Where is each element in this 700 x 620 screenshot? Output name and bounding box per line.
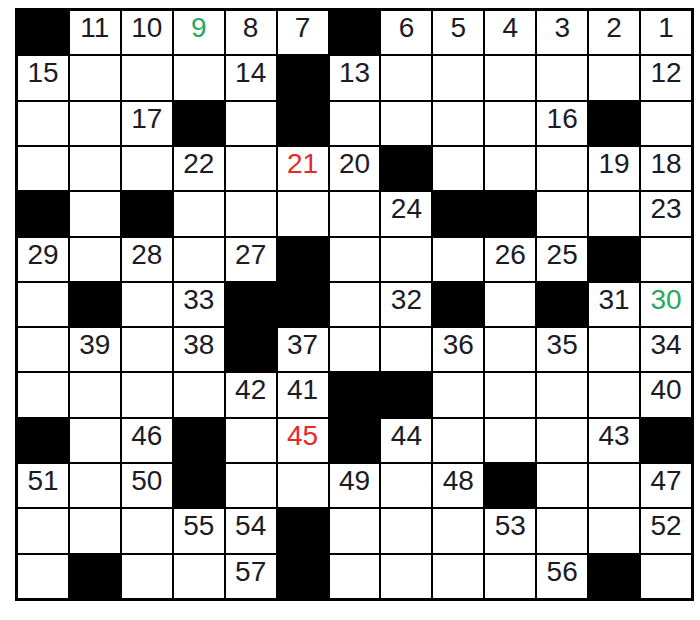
clue-number-46: 46 [122, 421, 172, 452]
cell-r11c9[interactable]: 53 [485, 509, 535, 552]
cell-r11c8[interactable] [433, 509, 483, 552]
cell-r7c3[interactable]: 38 [174, 328, 224, 371]
cell-r0c10[interactable]: 3 [537, 11, 587, 54]
clue-number-7: 7 [278, 13, 328, 44]
clue-number-56: 56 [537, 557, 587, 588]
black-cell-r6c1 [70, 283, 120, 326]
cell-r9c4[interactable] [226, 419, 276, 462]
black-cell-r4c9 [485, 192, 535, 235]
cell-r8c5[interactable]: 41 [278, 373, 328, 416]
cell-r2c1[interactable] [70, 102, 120, 145]
cell-r3c2[interactable] [122, 147, 172, 190]
cell-r10c0[interactable]: 51 [18, 464, 68, 507]
cell-r2c4[interactable] [226, 102, 276, 145]
clue-number-44: 44 [381, 421, 431, 452]
cell-r7c5[interactable]: 37 [278, 328, 328, 371]
cell-r3c1[interactable] [70, 147, 120, 190]
cell-r1c8[interactable] [433, 56, 483, 99]
cell-r12c2[interactable] [122, 555, 172, 598]
clue-number-26: 26 [485, 240, 535, 271]
clue-number-11: 11 [70, 13, 120, 44]
black-cell-r4c8 [433, 192, 483, 235]
clue-number-1: 1 [641, 13, 691, 44]
cell-r2c2[interactable]: 17 [122, 102, 172, 145]
black-cell-r12c5 [278, 555, 328, 598]
clue-number-24: 24 [381, 194, 431, 225]
cell-r1c10[interactable] [537, 56, 587, 99]
cell-r1c0[interactable]: 15 [18, 56, 68, 99]
black-cell-r3c7 [381, 147, 431, 190]
clue-number-37: 37 [278, 330, 328, 361]
cell-r12c4[interactable]: 57 [226, 555, 276, 598]
cell-r2c6[interactable] [330, 102, 380, 145]
black-cell-r12c1 [70, 555, 120, 598]
cell-r9c7[interactable]: 44 [381, 419, 431, 462]
cell-r9c10[interactable] [537, 419, 587, 462]
black-cell-r7c4 [226, 328, 276, 371]
cell-r0c12[interactable]: 1 [641, 11, 691, 54]
cell-r5c8[interactable] [433, 238, 483, 281]
black-cell-r9c0 [18, 419, 68, 462]
cell-r1c9[interactable] [485, 56, 535, 99]
black-cell-r9c3 [174, 419, 224, 462]
cell-r10c1[interactable] [70, 464, 120, 507]
cell-r8c2[interactable] [122, 373, 172, 416]
cell-r3c5[interactable]: 21 [278, 147, 328, 190]
clue-number-6: 6 [381, 13, 431, 44]
cell-r11c1[interactable] [70, 509, 120, 552]
cell-r12c7[interactable] [381, 555, 431, 598]
cell-r11c3[interactable]: 55 [174, 509, 224, 552]
black-cell-r2c11 [589, 102, 639, 145]
cell-r8c4[interactable]: 42 [226, 373, 276, 416]
black-cell-r2c5 [278, 102, 328, 145]
cell-r12c3[interactable] [174, 555, 224, 598]
cell-r1c12[interactable]: 12 [641, 56, 691, 99]
cell-r7c11[interactable] [589, 328, 639, 371]
cell-r11c11[interactable] [589, 509, 639, 552]
cell-r12c8[interactable] [433, 555, 483, 598]
cell-r5c10[interactable]: 25 [537, 238, 587, 281]
cell-r8c0[interactable] [18, 373, 68, 416]
clue-number-22: 22 [174, 149, 224, 180]
cell-r6c12[interactable]: 30 [641, 283, 691, 326]
cell-r9c11[interactable]: 43 [589, 419, 639, 462]
cell-r1c4[interactable]: 14 [226, 56, 276, 99]
cell-r0c8[interactable]: 5 [433, 11, 483, 54]
cell-r10c5[interactable] [278, 464, 328, 507]
clue-number-29: 29 [18, 240, 68, 271]
clue-number-52: 52 [641, 511, 691, 542]
cell-r4c6[interactable] [330, 192, 380, 235]
black-cell-r6c5 [278, 283, 328, 326]
cell-r9c2[interactable]: 46 [122, 419, 172, 462]
cell-r2c0[interactable] [18, 102, 68, 145]
cell-r5c6[interactable] [330, 238, 380, 281]
cell-r2c12[interactable] [641, 102, 691, 145]
cell-r9c1[interactable] [70, 419, 120, 462]
cell-r11c4[interactable]: 54 [226, 509, 276, 552]
cell-r4c11[interactable] [589, 192, 639, 235]
cell-r4c3[interactable] [174, 192, 224, 235]
clue-number-35: 35 [537, 330, 587, 361]
clue-number-34: 34 [641, 330, 691, 361]
cell-r8c11[interactable] [589, 373, 639, 416]
cell-r8c8[interactable] [433, 373, 483, 416]
clue-number-27: 27 [226, 240, 276, 271]
cell-r1c6[interactable]: 13 [330, 56, 380, 99]
cell-r6c7[interactable]: 32 [381, 283, 431, 326]
clue-number-40: 40 [641, 375, 691, 406]
black-cell-r10c9 [485, 464, 535, 507]
clue-number-16: 16 [537, 104, 587, 135]
cell-r3c8[interactable] [433, 147, 483, 190]
clue-number-30: 30 [641, 285, 691, 316]
clue-number-18: 18 [641, 149, 691, 180]
cell-r3c0[interactable] [18, 147, 68, 190]
clue-number-3: 3 [537, 13, 587, 44]
clue-number-32: 32 [381, 285, 431, 316]
cell-r12c12[interactable] [641, 555, 691, 598]
black-cell-r12c11 [589, 555, 639, 598]
black-cell-r9c6 [330, 419, 380, 462]
cell-r5c3[interactable] [174, 238, 224, 281]
cell-r11c2[interactable] [122, 509, 172, 552]
clue-number-33: 33 [174, 285, 224, 316]
cell-r5c9[interactable]: 26 [485, 238, 535, 281]
cell-r3c9[interactable] [485, 147, 535, 190]
black-cell-r0c0 [18, 11, 68, 54]
clue-number-48: 48 [433, 466, 483, 497]
cell-r2c10[interactable]: 16 [537, 102, 587, 145]
cell-r5c2[interactable]: 28 [122, 238, 172, 281]
cell-r1c3[interactable] [174, 56, 224, 99]
cell-r5c7[interactable] [381, 238, 431, 281]
cell-r12c9[interactable] [485, 555, 535, 598]
clue-number-21: 21 [278, 149, 328, 180]
clue-number-13: 13 [330, 58, 380, 89]
cell-r1c1[interactable] [70, 56, 120, 99]
cell-r4c7[interactable]: 24 [381, 192, 431, 235]
cell-r7c9[interactable] [485, 328, 535, 371]
clue-number-47: 47 [641, 466, 691, 497]
cell-r7c2[interactable] [122, 328, 172, 371]
cell-r6c2[interactable] [122, 283, 172, 326]
clue-number-31: 31 [589, 285, 639, 316]
clue-number-14: 14 [226, 58, 276, 89]
cell-r10c12[interactable]: 47 [641, 464, 691, 507]
cell-r7c10[interactable]: 35 [537, 328, 587, 371]
cell-r4c1[interactable] [70, 192, 120, 235]
clue-number-50: 50 [122, 466, 172, 497]
cell-r3c6[interactable]: 20 [330, 147, 380, 190]
cell-r9c8[interactable] [433, 419, 483, 462]
black-cell-r5c5 [278, 238, 328, 281]
cell-r6c0[interactable] [18, 283, 68, 326]
black-cell-r4c0 [18, 192, 68, 235]
clue-number-23: 23 [641, 194, 691, 225]
cell-r5c0[interactable]: 29 [18, 238, 68, 281]
clue-number-28: 28 [122, 240, 172, 271]
cell-r10c7[interactable] [381, 464, 431, 507]
cell-r6c9[interactable] [485, 283, 535, 326]
clue-number-57: 57 [226, 557, 276, 588]
cell-r0c3[interactable]: 9 [174, 11, 224, 54]
cell-r8c10[interactable] [537, 373, 587, 416]
cell-r7c1[interactable]: 39 [70, 328, 120, 371]
cell-r6c3[interactable]: 33 [174, 283, 224, 326]
cell-r0c9[interactable]: 4 [485, 11, 535, 54]
cell-r11c12[interactable]: 52 [641, 509, 691, 552]
cell-r7c12[interactable]: 34 [641, 328, 691, 371]
black-cell-r2c3 [174, 102, 224, 145]
cell-r4c10[interactable] [537, 192, 587, 235]
black-cell-r1c5 [278, 56, 328, 99]
cell-r10c8[interactable]: 48 [433, 464, 483, 507]
cell-r1c11[interactable] [589, 56, 639, 99]
clue-number-15: 15 [18, 58, 68, 89]
black-cell-r6c4 [226, 283, 276, 326]
cell-r10c2[interactable]: 50 [122, 464, 172, 507]
clue-number-51: 51 [18, 466, 68, 497]
cell-r8c12[interactable]: 40 [641, 373, 691, 416]
black-cell-r0c6 [330, 11, 380, 54]
cell-r0c11[interactable]: 2 [589, 11, 639, 54]
cell-r10c10[interactable] [537, 464, 587, 507]
cell-r0c1[interactable]: 11 [70, 11, 120, 54]
black-cell-r11c5 [278, 509, 328, 552]
black-cell-r9c12 [641, 419, 691, 462]
cell-r10c11[interactable] [589, 464, 639, 507]
cell-r0c5[interactable]: 7 [278, 11, 328, 54]
clue-number-17: 17 [122, 104, 172, 135]
clue-number-25: 25 [537, 240, 587, 271]
cell-r4c5[interactable] [278, 192, 328, 235]
clue-number-19: 19 [589, 149, 639, 180]
cell-r0c7[interactable]: 6 [381, 11, 431, 54]
page-background: 1110987654321151413121716222120191824232… [0, 0, 700, 620]
cell-r3c10[interactable] [537, 147, 587, 190]
black-cell-r4c2 [122, 192, 172, 235]
clue-number-5: 5 [433, 13, 483, 44]
cell-r1c2[interactable] [122, 56, 172, 99]
black-cell-r6c8 [433, 283, 483, 326]
cell-r12c6[interactable] [330, 555, 380, 598]
cell-r4c4[interactable] [226, 192, 276, 235]
black-cell-r6c10 [537, 283, 587, 326]
cell-r11c7[interactable] [381, 509, 431, 552]
black-cell-r5c11 [589, 238, 639, 281]
cell-r12c0[interactable] [18, 555, 68, 598]
clue-number-42: 42 [226, 375, 276, 406]
cell-r5c12[interactable] [641, 238, 691, 281]
clue-number-43: 43 [589, 421, 639, 452]
clue-number-39: 39 [70, 330, 120, 361]
clue-number-4: 4 [485, 13, 535, 44]
cell-r8c3[interactable] [174, 373, 224, 416]
cell-r0c2[interactable]: 10 [122, 11, 172, 54]
cell-r6c6[interactable] [330, 283, 380, 326]
black-cell-r8c6 [330, 373, 380, 416]
cell-r5c4[interactable]: 27 [226, 238, 276, 281]
cell-r5c1[interactable] [70, 238, 120, 281]
cell-r2c8[interactable] [433, 102, 483, 145]
clue-number-38: 38 [174, 330, 224, 361]
cell-r8c9[interactable] [485, 373, 535, 416]
cell-r0c4[interactable]: 8 [226, 11, 276, 54]
cell-r3c3[interactable]: 22 [174, 147, 224, 190]
black-cell-r10c3 [174, 464, 224, 507]
clue-number-2: 2 [589, 13, 639, 44]
cell-r10c6[interactable]: 49 [330, 464, 380, 507]
clue-number-53: 53 [485, 511, 535, 542]
clue-number-12: 12 [641, 58, 691, 89]
cell-r2c9[interactable] [485, 102, 535, 145]
cell-r11c6[interactable] [330, 509, 380, 552]
cell-r6c11[interactable]: 31 [589, 283, 639, 326]
clue-number-54: 54 [226, 511, 276, 542]
cell-r7c0[interactable] [18, 328, 68, 371]
clue-number-9: 9 [174, 13, 224, 44]
cell-r12c10[interactable]: 56 [537, 555, 587, 598]
clue-number-41: 41 [278, 375, 328, 406]
black-cell-r8c7 [381, 373, 431, 416]
cell-r7c6[interactable] [330, 328, 380, 371]
clue-number-20: 20 [330, 149, 380, 180]
cell-r1c7[interactable] [381, 56, 431, 99]
clue-number-49: 49 [330, 466, 380, 497]
cell-r3c11[interactable]: 19 [589, 147, 639, 190]
cell-r4c12[interactable]: 23 [641, 192, 691, 235]
cell-r10c4[interactable] [226, 464, 276, 507]
cell-r8c1[interactable] [70, 373, 120, 416]
clue-number-36: 36 [433, 330, 483, 361]
cell-r3c4[interactable] [226, 147, 276, 190]
clue-number-45: 45 [278, 421, 328, 452]
clue-number-10: 10 [122, 13, 172, 44]
clue-number-55: 55 [174, 511, 224, 542]
cell-r7c7[interactable] [381, 328, 431, 371]
cell-r9c5[interactable]: 45 [278, 419, 328, 462]
crossword-board: 1110987654321151413121716222120191824232… [15, 8, 694, 601]
cell-r2c7[interactable] [381, 102, 431, 145]
clue-number-8: 8 [226, 13, 276, 44]
cell-r11c0[interactable] [18, 509, 68, 552]
cell-r9c9[interactable] [485, 419, 535, 462]
cell-r3c12[interactable]: 18 [641, 147, 691, 190]
cell-r7c8[interactable]: 36 [433, 328, 483, 371]
cell-r11c10[interactable] [537, 509, 587, 552]
